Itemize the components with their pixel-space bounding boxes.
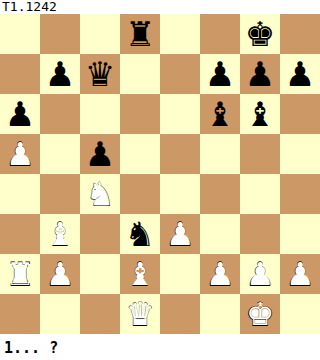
square-g5[interactable]: [240, 134, 280, 174]
piece-black-pawn: ♟: [40, 54, 80, 94]
piece-white-king: ♚♔: [240, 294, 280, 334]
chess-app: T1.1242 ♜♚♟♛♟♟♟♟♝♝♟♙♟♞♘♝♗♞♟♙♜♖♟♙♝♗♟♙♟♙♟♙…: [0, 0, 320, 360]
square-c5[interactable]: ♟: [80, 134, 120, 174]
square-h3[interactable]: [280, 214, 320, 254]
square-a1[interactable]: [0, 294, 40, 334]
square-e7[interactable]: [160, 54, 200, 94]
piece-black-king: ♚: [240, 14, 280, 54]
piece-black-pawn: ♟: [0, 94, 40, 134]
square-e5[interactable]: [160, 134, 200, 174]
square-h8[interactable]: [280, 14, 320, 54]
piece-black-knight: ♞: [120, 214, 160, 254]
square-d1[interactable]: ♛♕: [120, 294, 160, 334]
square-a6[interactable]: ♟: [0, 94, 40, 134]
piece-white-queen: ♛♕: [120, 294, 160, 334]
square-f2[interactable]: ♟♙: [200, 254, 240, 294]
piece-white-pawn: ♟♙: [160, 214, 200, 254]
piece-black-pawn: ♟: [240, 54, 280, 94]
piece-white-pawn: ♟♙: [240, 254, 280, 294]
square-b4[interactable]: [40, 174, 80, 214]
square-g8[interactable]: ♚: [240, 14, 280, 54]
square-b7[interactable]: ♟: [40, 54, 80, 94]
square-h1[interactable]: [280, 294, 320, 334]
square-g4[interactable]: [240, 174, 280, 214]
square-a8[interactable]: [0, 14, 40, 54]
square-d2[interactable]: ♝♗: [120, 254, 160, 294]
piece-black-bishop: ♝: [200, 94, 240, 134]
piece-black-pawn: ♟: [80, 134, 120, 174]
piece-white-pawn: ♟♙: [0, 134, 40, 174]
square-a2[interactable]: ♜♖: [0, 254, 40, 294]
square-e4[interactable]: [160, 174, 200, 214]
square-h4[interactable]: [280, 174, 320, 214]
square-c2[interactable]: [80, 254, 120, 294]
puzzle-id: T1.1242: [0, 0, 320, 14]
square-g3[interactable]: [240, 214, 280, 254]
square-h5[interactable]: [280, 134, 320, 174]
piece-white-rook: ♜♖: [0, 254, 40, 294]
square-a3[interactable]: [0, 214, 40, 254]
square-c8[interactable]: [80, 14, 120, 54]
piece-black-queen: ♛: [80, 54, 120, 94]
piece-white-pawn: ♟♙: [200, 254, 240, 294]
piece-black-pawn: ♟: [280, 54, 320, 94]
square-f3[interactable]: [200, 214, 240, 254]
piece-white-bishop: ♝♗: [120, 254, 160, 294]
square-g2[interactable]: ♟♙: [240, 254, 280, 294]
square-a7[interactable]: [0, 54, 40, 94]
square-a5[interactable]: ♟♙: [0, 134, 40, 174]
piece-white-pawn: ♟♙: [280, 254, 320, 294]
square-e2[interactable]: [160, 254, 200, 294]
square-e6[interactable]: [160, 94, 200, 134]
square-g1[interactable]: ♚♔: [240, 294, 280, 334]
square-d7[interactable]: [120, 54, 160, 94]
square-b8[interactable]: [40, 14, 80, 54]
square-e1[interactable]: [160, 294, 200, 334]
piece-white-pawn: ♟♙: [40, 254, 80, 294]
square-f1[interactable]: [200, 294, 240, 334]
square-f5[interactable]: [200, 134, 240, 174]
piece-black-pawn: ♟: [200, 54, 240, 94]
square-h6[interactable]: [280, 94, 320, 134]
square-f6[interactable]: ♝: [200, 94, 240, 134]
move-prompt: 1... ?: [0, 339, 320, 357]
square-d8[interactable]: ♜: [120, 14, 160, 54]
square-h2[interactable]: ♟♙: [280, 254, 320, 294]
square-b6[interactable]: [40, 94, 80, 134]
square-e8[interactable]: [160, 14, 200, 54]
square-c4[interactable]: ♞♘: [80, 174, 120, 214]
chess-board: ♜♚♟♛♟♟♟♟♝♝♟♙♟♞♘♝♗♞♟♙♜♖♟♙♝♗♟♙♟♙♟♙♛♕♚♔: [0, 14, 320, 334]
square-f4[interactable]: [200, 174, 240, 214]
piece-black-bishop: ♝: [240, 94, 280, 134]
square-f8[interactable]: [200, 14, 240, 54]
piece-white-bishop: ♝♗: [40, 214, 80, 254]
square-c7[interactable]: ♛: [80, 54, 120, 94]
square-c6[interactable]: [80, 94, 120, 134]
square-c3[interactable]: [80, 214, 120, 254]
square-b5[interactable]: [40, 134, 80, 174]
square-d4[interactable]: [120, 174, 160, 214]
square-d6[interactable]: [120, 94, 160, 134]
square-g7[interactable]: ♟: [240, 54, 280, 94]
square-g6[interactable]: ♝: [240, 94, 280, 134]
piece-black-rook: ♜: [120, 14, 160, 54]
square-e3[interactable]: ♟♙: [160, 214, 200, 254]
square-f7[interactable]: ♟: [200, 54, 240, 94]
square-h7[interactable]: ♟: [280, 54, 320, 94]
piece-white-knight: ♞♘: [80, 174, 120, 214]
square-c1[interactable]: [80, 294, 120, 334]
square-b2[interactable]: ♟♙: [40, 254, 80, 294]
square-b1[interactable]: [40, 294, 80, 334]
square-b3[interactable]: ♝♗: [40, 214, 80, 254]
square-d5[interactable]: [120, 134, 160, 174]
square-a4[interactable]: [0, 174, 40, 214]
square-d3[interactable]: ♞: [120, 214, 160, 254]
